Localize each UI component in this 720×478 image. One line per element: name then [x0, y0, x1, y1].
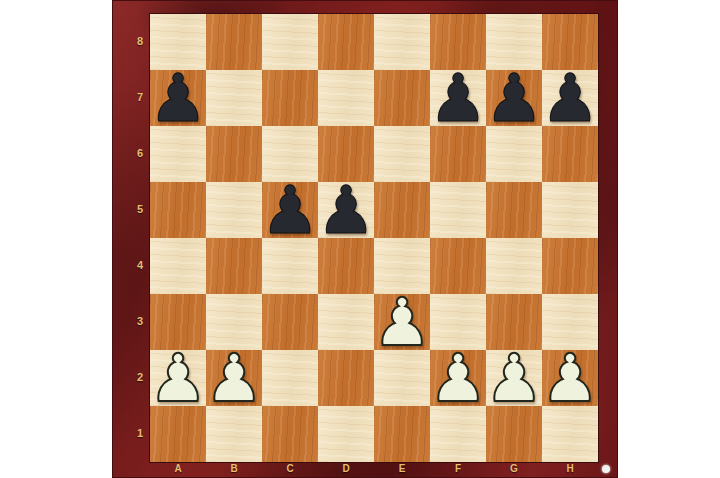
square-b8[interactable] — [206, 14, 262, 70]
file-label-h: H — [542, 461, 598, 478]
square-d7[interactable] — [318, 70, 374, 126]
square-d3[interactable] — [318, 294, 374, 350]
white-pawn[interactable]: ♟ — [540, 346, 599, 412]
square-a7[interactable]: ♟ — [150, 70, 206, 126]
square-c7[interactable] — [262, 70, 318, 126]
square-h5[interactable] — [542, 182, 598, 238]
square-c8[interactable] — [262, 14, 318, 70]
file-label-e: E — [374, 461, 430, 478]
square-e6[interactable] — [374, 126, 430, 182]
square-c3[interactable] — [262, 294, 318, 350]
square-g5[interactable] — [486, 182, 542, 238]
square-a5[interactable] — [150, 182, 206, 238]
square-e3[interactable]: ♟ — [374, 294, 430, 350]
black-pawn[interactable]: ♟ — [316, 178, 375, 244]
square-a2[interactable]: ♟ — [150, 350, 206, 406]
black-pawn[interactable]: ♟ — [260, 178, 319, 244]
file-label-f: F — [430, 461, 486, 478]
file-label-a: A — [150, 461, 206, 478]
square-e1[interactable] — [374, 406, 430, 462]
square-b2[interactable]: ♟ — [206, 350, 262, 406]
square-h2[interactable]: ♟ — [542, 350, 598, 406]
square-h4[interactable] — [542, 238, 598, 294]
square-b5[interactable] — [206, 182, 262, 238]
square-e8[interactable] — [374, 14, 430, 70]
file-label-d: D — [318, 461, 374, 478]
rank-label-5: 5 — [122, 181, 158, 237]
square-b4[interactable] — [206, 238, 262, 294]
white-pawn[interactable]: ♟ — [372, 290, 431, 356]
square-g2[interactable]: ♟ — [486, 350, 542, 406]
rank-label-4: 4 — [122, 237, 158, 293]
square-d8[interactable] — [318, 14, 374, 70]
square-f2[interactable]: ♟ — [430, 350, 486, 406]
file-label-b: B — [206, 461, 262, 478]
file-label-g: G — [486, 461, 542, 478]
black-pawn[interactable]: ♟ — [484, 66, 543, 132]
square-c2[interactable] — [262, 350, 318, 406]
white-pawn[interactable]: ♟ — [204, 346, 263, 412]
square-g7[interactable]: ♟ — [486, 70, 542, 126]
square-e7[interactable] — [374, 70, 430, 126]
black-pawn[interactable]: ♟ — [540, 66, 599, 132]
black-pawn[interactable]: ♟ — [148, 66, 207, 132]
file-label-c: C — [262, 461, 318, 478]
square-d5[interactable]: ♟ — [318, 182, 374, 238]
square-f4[interactable] — [430, 238, 486, 294]
chess-board: ♟♟♟♟♟♟♟♟♟♟♟♟ 87654321 ABCDEFGH — [112, 0, 618, 478]
square-a4[interactable] — [150, 238, 206, 294]
square-d1[interactable] — [318, 406, 374, 462]
square-b7[interactable] — [206, 70, 262, 126]
board-grid: ♟♟♟♟♟♟♟♟♟♟♟♟ — [149, 13, 599, 463]
square-g4[interactable] — [486, 238, 542, 294]
white-pawn[interactable]: ♟ — [428, 346, 487, 412]
square-h7[interactable]: ♟ — [542, 70, 598, 126]
square-e5[interactable] — [374, 182, 430, 238]
square-c5[interactable]: ♟ — [262, 182, 318, 238]
white-to-move-indicator — [602, 465, 610, 473]
black-pawn[interactable]: ♟ — [428, 66, 487, 132]
square-f5[interactable] — [430, 182, 486, 238]
white-pawn[interactable]: ♟ — [484, 346, 543, 412]
square-d2[interactable] — [318, 350, 374, 406]
white-pawn[interactable]: ♟ — [148, 346, 207, 412]
square-b6[interactable] — [206, 126, 262, 182]
square-f7[interactable]: ♟ — [430, 70, 486, 126]
square-c1[interactable] — [262, 406, 318, 462]
